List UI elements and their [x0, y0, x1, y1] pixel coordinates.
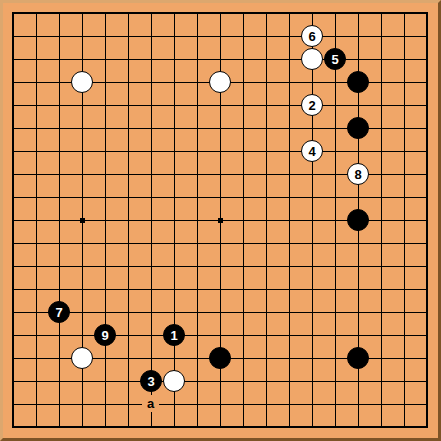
stone-black	[347, 209, 369, 231]
stone-black-move-9: 9	[94, 324, 116, 346]
grid-line-horizontal	[12, 266, 428, 267]
stone-white	[71, 347, 93, 369]
grid-line-vertical	[381, 12, 382, 428]
stone-black-move-7: 7	[48, 301, 70, 323]
grid-line-horizontal	[12, 381, 428, 382]
star-point	[80, 218, 85, 223]
stone-black	[347, 71, 369, 93]
grid-line-horizontal	[12, 312, 428, 313]
stone-black-move-3: 3	[140, 370, 162, 392]
grid-line-vertical	[266, 12, 267, 428]
grid-line-vertical	[335, 12, 336, 428]
grid-line-horizontal	[12, 289, 428, 290]
grid-line-horizontal	[12, 404, 428, 405]
stone-white	[301, 48, 323, 70]
stone-black-move-5: 5	[324, 48, 346, 70]
grid-line-vertical	[404, 12, 405, 428]
grid-line-vertical	[289, 12, 290, 428]
stone-white	[71, 71, 93, 93]
grid-line-horizontal	[12, 243, 428, 244]
star-point	[218, 218, 223, 223]
stone-white	[163, 370, 185, 392]
stone-white-move-4: 4	[301, 140, 323, 162]
grid-line-vertical	[426, 12, 428, 428]
grid-line-horizontal	[12, 426, 428, 428]
grid-line-vertical	[312, 12, 313, 428]
go-board: 652487913a	[0, 0, 441, 441]
stone-black-move-1: 1	[163, 324, 185, 346]
stone-black	[347, 117, 369, 139]
stone-white-move-6: 6	[301, 25, 323, 47]
stone-white	[209, 71, 231, 93]
grid-line-vertical	[243, 12, 244, 428]
stone-black	[347, 347, 369, 369]
point-label-a: a	[142, 395, 159, 412]
stone-white-move-8: 8	[347, 163, 369, 185]
stone-white-move-2: 2	[301, 94, 323, 116]
stone-black	[209, 347, 231, 369]
grid-line-horizontal	[12, 335, 428, 336]
